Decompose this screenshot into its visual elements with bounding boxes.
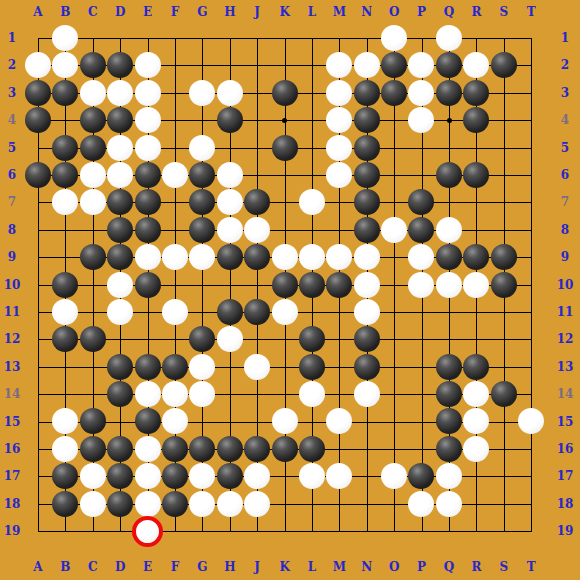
board-point[interactable] (408, 408, 435, 435)
board-point[interactable] (216, 326, 243, 353)
board-point[interactable] (216, 189, 243, 216)
board-point[interactable] (216, 24, 243, 51)
board-point[interactable] (353, 380, 380, 407)
board-point[interactable] (490, 353, 517, 380)
board-point[interactable] (243, 271, 270, 298)
board-point[interactable] (463, 435, 490, 462)
board-point[interactable] (161, 353, 188, 380)
board-point[interactable] (189, 106, 216, 133)
board-point[interactable] (189, 463, 216, 490)
board-point[interactable] (380, 380, 407, 407)
board-point[interactable] (161, 79, 188, 106)
board-point[interactable] (353, 271, 380, 298)
board-point[interactable] (52, 271, 79, 298)
board-point[interactable] (134, 353, 161, 380)
board-point[interactable] (517, 380, 544, 407)
board-point[interactable] (134, 380, 161, 407)
board-point[interactable] (52, 490, 79, 517)
board-point[interactable] (79, 353, 106, 380)
board-point[interactable] (216, 353, 243, 380)
board-point[interactable] (189, 243, 216, 270)
board-point[interactable] (243, 24, 270, 51)
board-point[interactable] (517, 216, 544, 243)
board-point[interactable] (517, 271, 544, 298)
board-point[interactable] (326, 408, 353, 435)
board-point[interactable] (161, 243, 188, 270)
board-point[interactable] (490, 490, 517, 517)
board-point[interactable] (189, 380, 216, 407)
board-point[interactable] (517, 106, 544, 133)
board-point[interactable] (52, 134, 79, 161)
board-point[interactable] (24, 106, 51, 133)
board-point[interactable] (243, 408, 270, 435)
board-point[interactable] (134, 490, 161, 517)
board-point[interactable] (490, 271, 517, 298)
board-point[interactable] (134, 24, 161, 51)
board-point[interactable] (161, 189, 188, 216)
board-point[interactable] (408, 216, 435, 243)
board-point[interactable] (106, 52, 133, 79)
board-point[interactable] (353, 243, 380, 270)
board-point[interactable] (380, 134, 407, 161)
board-point[interactable] (216, 408, 243, 435)
board-point[interactable] (435, 298, 462, 325)
board-point[interactable] (353, 408, 380, 435)
board-point[interactable] (435, 517, 462, 544)
board-point[interactable] (134, 435, 161, 462)
board-point[interactable] (463, 106, 490, 133)
board-point[interactable] (161, 161, 188, 188)
board-point[interactable] (490, 106, 517, 133)
board-point[interactable] (435, 271, 462, 298)
board-point[interactable] (271, 24, 298, 51)
board-point[interactable] (326, 298, 353, 325)
board-point[interactable] (134, 161, 161, 188)
board-point[interactable] (408, 243, 435, 270)
board-point[interactable] (326, 106, 353, 133)
board-point[interactable] (271, 216, 298, 243)
board-point[interactable] (326, 243, 353, 270)
board-point[interactable] (298, 52, 325, 79)
board-point[interactable] (24, 490, 51, 517)
board-point[interactable] (79, 408, 106, 435)
board-point[interactable] (161, 517, 188, 544)
board-point[interactable] (161, 52, 188, 79)
board-point[interactable] (353, 216, 380, 243)
board-point[interactable] (24, 52, 51, 79)
board-point[interactable] (435, 52, 462, 79)
board-point[interactable] (463, 490, 490, 517)
board-point[interactable] (189, 353, 216, 380)
board-point[interactable] (353, 490, 380, 517)
board-point[interactable] (326, 380, 353, 407)
board-point[interactable] (106, 517, 133, 544)
board-point[interactable] (408, 490, 435, 517)
board-point[interactable] (408, 189, 435, 216)
board-point[interactable] (435, 216, 462, 243)
board-point[interactable] (326, 161, 353, 188)
board-point[interactable] (161, 435, 188, 462)
board-point[interactable] (52, 517, 79, 544)
board-point[interactable] (463, 216, 490, 243)
board-point[interactable] (408, 326, 435, 353)
board-point[interactable] (380, 353, 407, 380)
board-point[interactable] (517, 408, 544, 435)
board-point[interactable] (353, 79, 380, 106)
board-point[interactable] (490, 298, 517, 325)
board-point[interactable] (490, 463, 517, 490)
board-point[interactable] (52, 408, 79, 435)
board-point[interactable] (435, 106, 462, 133)
board-point[interactable] (326, 216, 353, 243)
board-point[interactable] (243, 52, 270, 79)
board-point[interactable] (106, 79, 133, 106)
board-point[interactable] (189, 271, 216, 298)
board-point[interactable] (353, 435, 380, 462)
board-point[interactable] (79, 243, 106, 270)
board-point[interactable] (408, 271, 435, 298)
board-point[interactable] (298, 271, 325, 298)
board-point[interactable] (380, 298, 407, 325)
board-point[interactable] (463, 271, 490, 298)
board-point[interactable] (161, 24, 188, 51)
board-point[interactable] (298, 79, 325, 106)
board-point[interactable] (52, 353, 79, 380)
board-point[interactable] (517, 435, 544, 462)
board-point[interactable] (52, 243, 79, 270)
board-point[interactable] (517, 161, 544, 188)
board-point[interactable] (106, 435, 133, 462)
board-point[interactable] (271, 380, 298, 407)
board-point[interactable] (79, 79, 106, 106)
board-point[interactable] (243, 490, 270, 517)
board-point[interactable] (134, 106, 161, 133)
board-point[interactable] (161, 326, 188, 353)
board-point[interactable] (79, 517, 106, 544)
board-point[interactable] (24, 79, 51, 106)
board-point[interactable] (106, 380, 133, 407)
board-point[interactable] (298, 298, 325, 325)
board-point[interactable] (79, 216, 106, 243)
board-point[interactable] (435, 189, 462, 216)
board-point[interactable] (435, 490, 462, 517)
board-point[interactable] (243, 106, 270, 133)
board-point[interactable] (106, 216, 133, 243)
board-point[interactable] (52, 106, 79, 133)
board-point[interactable] (380, 216, 407, 243)
board-point[interactable] (106, 490, 133, 517)
board-point[interactable] (106, 243, 133, 270)
board-point[interactable] (216, 517, 243, 544)
board-point[interactable] (134, 408, 161, 435)
board-point[interactable] (380, 243, 407, 270)
board-point[interactable] (380, 408, 407, 435)
board-point[interactable] (216, 106, 243, 133)
board-point[interactable] (298, 134, 325, 161)
board-point[interactable] (24, 380, 51, 407)
board-point[interactable] (216, 380, 243, 407)
board-point[interactable] (189, 298, 216, 325)
board-point[interactable] (298, 243, 325, 270)
board-point[interactable] (408, 380, 435, 407)
board-point[interactable] (326, 353, 353, 380)
board-point[interactable] (52, 435, 79, 462)
board-point[interactable] (353, 353, 380, 380)
board-point[interactable] (216, 243, 243, 270)
board-point[interactable] (79, 298, 106, 325)
board-point[interactable] (24, 216, 51, 243)
board-point[interactable] (161, 380, 188, 407)
board-point[interactable] (243, 189, 270, 216)
board-point[interactable] (134, 216, 161, 243)
board-point[interactable] (353, 517, 380, 544)
board-point[interactable] (490, 435, 517, 462)
board-point[interactable] (243, 517, 270, 544)
board-point[interactable] (463, 380, 490, 407)
board-point[interactable] (243, 243, 270, 270)
board-point[interactable] (189, 216, 216, 243)
board-point[interactable] (52, 79, 79, 106)
board-point[interactable] (189, 161, 216, 188)
board-point[interactable] (490, 189, 517, 216)
board-point[interactable] (517, 189, 544, 216)
board-point[interactable] (52, 380, 79, 407)
board-point[interactable] (52, 161, 79, 188)
board-point[interactable] (189, 24, 216, 51)
board-point[interactable] (189, 134, 216, 161)
board-point[interactable] (353, 298, 380, 325)
board-point[interactable] (435, 134, 462, 161)
board-point[interactable] (353, 106, 380, 133)
board-point[interactable] (463, 353, 490, 380)
board-point[interactable] (243, 326, 270, 353)
board-point[interactable] (52, 326, 79, 353)
board-point[interactable] (408, 353, 435, 380)
board-point[interactable] (517, 52, 544, 79)
board-point[interactable] (134, 243, 161, 270)
board-point[interactable] (134, 463, 161, 490)
board-point[interactable] (435, 380, 462, 407)
board-point[interactable] (134, 52, 161, 79)
board-point[interactable] (298, 435, 325, 462)
board-point[interactable] (490, 52, 517, 79)
board-point[interactable] (517, 24, 544, 51)
board-point[interactable] (435, 353, 462, 380)
board-point[interactable] (408, 435, 435, 462)
board-point[interactable] (326, 189, 353, 216)
board-point[interactable] (353, 134, 380, 161)
board-point[interactable] (463, 517, 490, 544)
board-point[interactable] (298, 517, 325, 544)
board-point[interactable] (380, 326, 407, 353)
board-point[interactable] (24, 435, 51, 462)
board-point[interactable] (463, 243, 490, 270)
board-point[interactable] (161, 134, 188, 161)
board-point[interactable] (161, 271, 188, 298)
board-point[interactable] (271, 463, 298, 490)
board-point[interactable] (52, 52, 79, 79)
board-point[interactable] (463, 326, 490, 353)
board-point[interactable] (24, 161, 51, 188)
board-point[interactable] (134, 189, 161, 216)
board-point[interactable] (271, 408, 298, 435)
board-point[interactable] (216, 298, 243, 325)
board-point[interactable] (79, 134, 106, 161)
board-point[interactable] (24, 408, 51, 435)
board-point[interactable] (408, 24, 435, 51)
board-point[interactable] (490, 408, 517, 435)
board-point[interactable] (106, 353, 133, 380)
board-point[interactable] (52, 298, 79, 325)
board-point[interactable] (106, 161, 133, 188)
board-point[interactable] (106, 463, 133, 490)
board-point[interactable] (271, 517, 298, 544)
board-point[interactable] (517, 490, 544, 517)
board-point[interactable] (271, 298, 298, 325)
board-point[interactable] (271, 161, 298, 188)
board-point[interactable] (24, 463, 51, 490)
board-point[interactable] (243, 353, 270, 380)
board-point[interactable] (380, 79, 407, 106)
board-point[interactable] (24, 353, 51, 380)
board-point[interactable] (134, 298, 161, 325)
board-point[interactable] (326, 326, 353, 353)
board-point[interactable] (490, 517, 517, 544)
board-point[interactable] (134, 517, 161, 544)
board-point[interactable] (79, 24, 106, 51)
board-point[interactable] (134, 271, 161, 298)
board-point[interactable] (134, 134, 161, 161)
board-point[interactable] (490, 161, 517, 188)
board-point[interactable] (298, 380, 325, 407)
board-point[interactable] (298, 326, 325, 353)
board-point[interactable] (79, 326, 106, 353)
board-point[interactable] (24, 134, 51, 161)
board-point[interactable] (216, 79, 243, 106)
board-point[interactable] (408, 517, 435, 544)
board-point[interactable] (435, 326, 462, 353)
board-point[interactable] (490, 216, 517, 243)
board-point[interactable] (380, 161, 407, 188)
board-point[interactable] (161, 490, 188, 517)
board-point[interactable] (243, 463, 270, 490)
board-point[interactable] (326, 24, 353, 51)
board-point[interactable] (380, 106, 407, 133)
board-point[interactable] (271, 189, 298, 216)
board-point[interactable] (161, 408, 188, 435)
board-point[interactable] (79, 161, 106, 188)
board-point[interactable] (490, 326, 517, 353)
board-point[interactable] (517, 243, 544, 270)
board-point[interactable] (517, 353, 544, 380)
board-point[interactable] (106, 271, 133, 298)
board-point[interactable] (24, 517, 51, 544)
board-point[interactable] (24, 298, 51, 325)
board-point[interactable] (243, 79, 270, 106)
board-point[interactable] (189, 326, 216, 353)
board-point[interactable] (52, 189, 79, 216)
board-point[interactable] (408, 79, 435, 106)
board-point[interactable] (52, 24, 79, 51)
board-point[interactable] (435, 79, 462, 106)
board-point[interactable] (79, 271, 106, 298)
board-point[interactable] (216, 435, 243, 462)
board-point[interactable] (271, 353, 298, 380)
board-point[interactable] (243, 435, 270, 462)
board-point[interactable] (463, 24, 490, 51)
board-point[interactable] (243, 298, 270, 325)
board-point[interactable] (380, 52, 407, 79)
board-point[interactable] (435, 161, 462, 188)
board-point[interactable] (380, 463, 407, 490)
board-point[interactable] (189, 189, 216, 216)
board-point[interactable] (435, 24, 462, 51)
board-point[interactable] (134, 79, 161, 106)
board-point[interactable] (52, 463, 79, 490)
board-point[interactable] (216, 216, 243, 243)
board-point[interactable] (216, 134, 243, 161)
board-point[interactable] (353, 463, 380, 490)
board-point[interactable] (189, 79, 216, 106)
board-point[interactable] (271, 79, 298, 106)
board-point[interactable] (490, 380, 517, 407)
board-point[interactable] (298, 490, 325, 517)
board-point[interactable] (517, 79, 544, 106)
board-point[interactable] (243, 380, 270, 407)
board-point[interactable] (435, 463, 462, 490)
board-point[interactable] (298, 463, 325, 490)
board-point[interactable] (243, 161, 270, 188)
board-point[interactable] (216, 490, 243, 517)
board-point[interactable] (326, 490, 353, 517)
board-point[interactable] (380, 517, 407, 544)
board-point[interactable] (435, 435, 462, 462)
board-point[interactable] (353, 24, 380, 51)
board-point[interactable] (408, 463, 435, 490)
board-point[interactable] (161, 298, 188, 325)
board-point[interactable] (353, 52, 380, 79)
board-point[interactable] (79, 463, 106, 490)
board-point[interactable] (490, 243, 517, 270)
board-point[interactable] (326, 463, 353, 490)
board-point[interactable] (189, 408, 216, 435)
board-point[interactable] (24, 189, 51, 216)
board-point[interactable] (326, 435, 353, 462)
board-point[interactable] (106, 134, 133, 161)
board-point[interactable] (216, 52, 243, 79)
board-point[interactable] (463, 134, 490, 161)
board-point[interactable] (298, 408, 325, 435)
board-point[interactable] (24, 24, 51, 51)
board-point[interactable] (271, 435, 298, 462)
board-point[interactable] (216, 463, 243, 490)
board-point[interactable] (326, 517, 353, 544)
board-point[interactable] (216, 271, 243, 298)
board-point[interactable] (298, 161, 325, 188)
board-point[interactable] (161, 216, 188, 243)
board-point[interactable] (380, 490, 407, 517)
board-point[interactable] (517, 326, 544, 353)
board-point[interactable] (326, 79, 353, 106)
board-point[interactable] (408, 161, 435, 188)
board-point[interactable] (517, 134, 544, 161)
board-point[interactable] (271, 134, 298, 161)
board-point[interactable] (326, 134, 353, 161)
board-point[interactable] (408, 298, 435, 325)
board-point[interactable] (243, 216, 270, 243)
board-point[interactable] (463, 408, 490, 435)
board-point[interactable] (24, 243, 51, 270)
